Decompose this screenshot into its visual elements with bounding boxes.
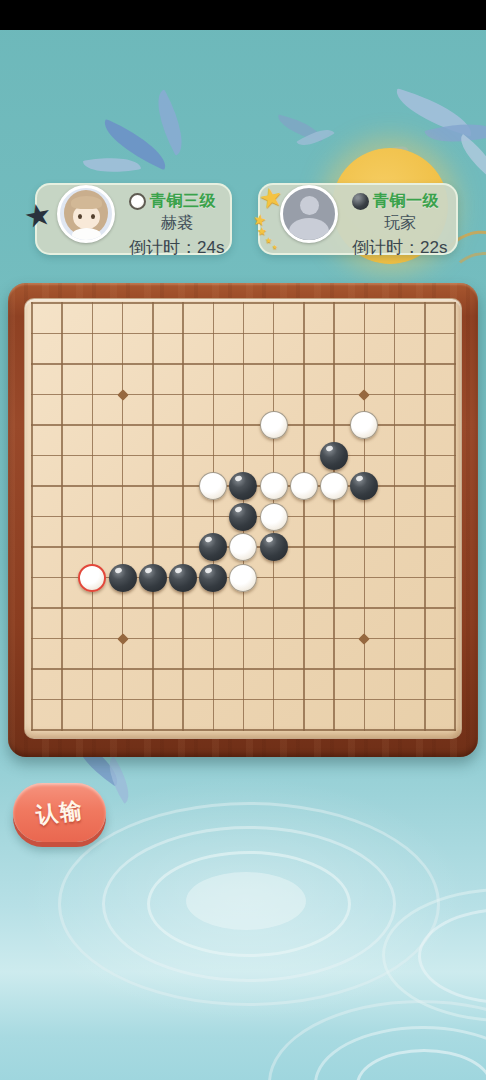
grid-line-h xyxy=(31,607,456,609)
timer-label: 倒计时： xyxy=(129,238,197,257)
stone-black xyxy=(199,533,227,561)
grid-line-h xyxy=(31,699,456,701)
resign-button-label: 认输 xyxy=(34,795,85,831)
gomoku-board xyxy=(8,283,478,757)
stone-black xyxy=(199,564,227,592)
avatar-silhouette-head xyxy=(300,196,319,215)
grid-line-h xyxy=(31,729,456,731)
grid-line-v xyxy=(364,302,366,731)
stone-black xyxy=(260,533,288,561)
player-panel-black: ★ ★ ★ ★ ★ 青铜一级 玩家 倒计时：22s xyxy=(258,183,458,255)
stone-white-last-move xyxy=(78,564,106,592)
stone-white xyxy=(260,411,288,439)
stone-white xyxy=(260,472,288,500)
stone-black xyxy=(229,503,257,531)
player-name: 玩家 xyxy=(352,213,448,234)
grid-line-v xyxy=(424,302,426,731)
bamboo-leaf-icon xyxy=(146,89,195,155)
stone-black xyxy=(139,564,167,592)
avatar-collar xyxy=(72,228,101,242)
stone-white xyxy=(199,472,227,500)
board-grid[interactable] xyxy=(32,303,455,730)
black-stone-icon xyxy=(352,193,369,210)
stone-black xyxy=(109,564,137,592)
yellow-star-icon: ★ xyxy=(256,183,285,214)
timer-value: 24s xyxy=(197,238,224,257)
star-point xyxy=(359,633,370,644)
game-screen: ★ 青铜三级 赫裘 倒计时：24s ★ ★ ★ ★ ★ xyxy=(0,0,486,1080)
timer-label: 倒计时： xyxy=(352,238,420,257)
stone-white xyxy=(229,533,257,561)
grid-line-h xyxy=(31,668,456,670)
player-info: 青铜一级 玩家 倒计时：22s xyxy=(352,192,454,259)
yellow-star-icon: ★ xyxy=(272,244,277,250)
grid-line-v xyxy=(394,302,396,731)
avatar-bangs xyxy=(71,196,102,209)
rank-label: 青铜一级 xyxy=(373,191,439,212)
stone-black xyxy=(169,564,197,592)
dark-star-icon: ★ xyxy=(21,197,55,233)
water-ripple xyxy=(186,872,306,930)
stone-white xyxy=(290,472,318,500)
rank-row: 青铜三级 xyxy=(129,192,231,211)
black-player-avatar[interactable] xyxy=(280,185,338,243)
white-stone-icon xyxy=(129,193,146,210)
grid-line-h xyxy=(31,638,456,640)
stone-black xyxy=(350,472,378,500)
stone-black xyxy=(229,472,257,500)
countdown-timer: 倒计时：22s xyxy=(352,236,454,259)
white-player-avatar[interactable] xyxy=(57,185,115,243)
grid-line-v xyxy=(333,302,335,731)
timer-value: 22s xyxy=(420,238,447,257)
stone-white xyxy=(229,564,257,592)
player-name: 赫裘 xyxy=(129,213,225,234)
player-info: 青铜三级 赫裘 倒计时：24s xyxy=(129,192,231,259)
star-point xyxy=(117,389,128,400)
star-point xyxy=(117,633,128,644)
status-bar xyxy=(0,0,486,30)
stone-white xyxy=(320,472,348,500)
avatar-silhouette-body xyxy=(289,218,329,243)
stone-white xyxy=(350,411,378,439)
countdown-timer: 倒计时：24s xyxy=(129,236,231,259)
player-panel-white: ★ 青铜三级 赫裘 倒计时：24s xyxy=(35,183,232,255)
star-point xyxy=(359,389,370,400)
stone-black xyxy=(320,442,348,470)
bamboo-leaf-icon xyxy=(83,151,141,178)
stone-white xyxy=(260,503,288,531)
rank-row: 青铜一级 xyxy=(352,192,454,211)
grid-line-v xyxy=(303,302,305,731)
resign-button[interactable]: 认输 xyxy=(13,783,106,842)
rank-label: 青铜三级 xyxy=(150,191,216,212)
board-surface xyxy=(24,298,462,739)
grid-line-v xyxy=(454,302,456,731)
